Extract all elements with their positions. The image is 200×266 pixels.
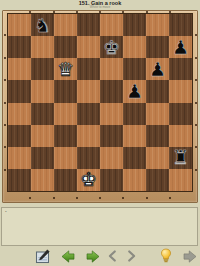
square-f4[interactable] (123, 103, 146, 125)
square-d6[interactable] (77, 58, 100, 80)
nail-dot (195, 57, 197, 59)
square-a6[interactable] (8, 58, 31, 80)
square-a8[interactable] (8, 14, 31, 36)
nail-dot (195, 146, 197, 148)
next-step-button[interactable] (180, 247, 200, 265)
square-e1[interactable] (100, 169, 123, 191)
white-king[interactable]: ♚ (80, 170, 97, 189)
square-a4[interactable] (8, 103, 31, 125)
nail-dot (53, 197, 55, 199)
previous-puzzle-button[interactable] (58, 247, 78, 265)
square-f2[interactable] (123, 147, 146, 169)
square-b2[interactable] (31, 147, 54, 169)
toolbar (0, 246, 200, 266)
black-pawn[interactable]: ♟ (126, 82, 143, 101)
nail-dot (195, 124, 197, 126)
nail-dot (4, 124, 6, 126)
square-c4[interactable] (54, 103, 77, 125)
square-c2[interactable] (54, 147, 77, 169)
header: 151. Gain a rook White to move (0, 0, 200, 10)
square-a2[interactable] (8, 147, 31, 169)
chess-board-frame: ♞♚♟♛♟♟♜♚ (2, 10, 198, 203)
square-d2[interactable] (77, 147, 100, 169)
black-pawn[interactable]: ♟ (172, 38, 189, 57)
square-f3[interactable] (123, 125, 146, 147)
square-g2[interactable] (146, 147, 169, 169)
square-h6[interactable] (169, 58, 192, 80)
notes-text: - (5, 209, 7, 214)
square-c5[interactable] (54, 80, 77, 102)
nail-dot (4, 34, 6, 36)
square-e8[interactable] (100, 14, 123, 36)
nail-dot (195, 169, 197, 171)
nail-dot (169, 197, 171, 199)
nail-dot (4, 102, 6, 104)
square-b6[interactable] (31, 58, 54, 80)
square-b4[interactable] (31, 103, 54, 125)
square-h3[interactable] (169, 125, 192, 147)
nail-dot (99, 11, 101, 13)
gray-right-arrow-icon (182, 249, 198, 264)
square-e6[interactable] (100, 58, 123, 80)
square-g8[interactable] (146, 14, 169, 36)
chevron-left-icon (106, 249, 119, 263)
square-h5[interactable] (169, 80, 192, 102)
square-f1[interactable] (123, 169, 146, 191)
nail-dot (146, 197, 148, 199)
square-b5[interactable] (31, 80, 54, 102)
square-e5[interactable] (100, 80, 123, 102)
nail-dot (195, 102, 197, 104)
square-d7[interactable] (77, 36, 100, 58)
square-g7[interactable] (146, 36, 169, 58)
green-left-arrow-icon (60, 249, 76, 264)
square-f6[interactable] (123, 58, 146, 80)
square-c7[interactable] (54, 36, 77, 58)
square-a1[interactable] (8, 169, 31, 191)
square-d1[interactable]: ♚ (77, 169, 100, 191)
square-e3[interactable] (100, 125, 123, 147)
chevron-right-icon (125, 249, 138, 263)
nail-dot (76, 11, 78, 13)
square-b3[interactable] (31, 125, 54, 147)
square-h4[interactable] (169, 103, 192, 125)
square-g3[interactable] (146, 125, 169, 147)
square-c1[interactable] (54, 169, 77, 191)
square-a3[interactable] (8, 125, 31, 147)
black-knight[interactable]: ♞ (34, 16, 51, 35)
square-e7[interactable]: ♚ (100, 36, 123, 58)
square-d5[interactable] (77, 80, 100, 102)
square-b8[interactable]: ♞ (31, 14, 54, 36)
square-a5[interactable] (8, 80, 31, 102)
black-king[interactable]: ♚ (103, 38, 120, 57)
nail-dot (146, 11, 148, 13)
square-d8[interactable] (77, 14, 100, 36)
black-rook[interactable]: ♜ (172, 148, 189, 167)
square-f7[interactable] (123, 36, 146, 58)
square-h7[interactable]: ♟ (169, 36, 192, 58)
square-a7[interactable] (8, 36, 31, 58)
square-c8[interactable] (54, 14, 77, 36)
nail-dot (4, 79, 6, 81)
square-b7[interactable] (31, 36, 54, 58)
square-e2[interactable] (100, 147, 123, 169)
nail-dot (99, 197, 101, 199)
square-g1[interactable] (146, 169, 169, 191)
square-f5[interactable]: ♟ (123, 80, 146, 102)
square-g5[interactable] (146, 80, 169, 102)
nail-dot (4, 146, 6, 148)
square-h2[interactable]: ♜ (169, 147, 192, 169)
hint-button[interactable] (156, 247, 176, 265)
square-h1[interactable] (169, 169, 192, 191)
next-puzzle-button[interactable] (83, 247, 103, 265)
nail-dot (53, 11, 55, 13)
pencil-pad-icon (35, 249, 50, 264)
nail-dot (169, 11, 171, 13)
square-g4[interactable] (146, 103, 169, 125)
square-g6[interactable]: ♟ (146, 58, 169, 80)
white-queen[interactable]: ♛ (57, 60, 74, 79)
square-f8[interactable] (123, 14, 146, 36)
nail-dot (122, 197, 124, 199)
square-h8[interactable] (169, 14, 192, 36)
lightbulb-icon (159, 248, 173, 264)
square-d4[interactable] (77, 103, 100, 125)
nail-dot (4, 169, 6, 171)
square-d3[interactable] (77, 125, 100, 147)
square-b1[interactable] (31, 169, 54, 191)
move-back-button[interactable] (102, 247, 122, 265)
nail-dot (195, 79, 197, 81)
puzzle-subtitle: White to move (90, 6, 110, 10)
square-e4[interactable] (100, 103, 123, 125)
nail-dot (4, 57, 6, 59)
edit-button[interactable] (32, 247, 52, 265)
black-pawn[interactable]: ♟ (149, 60, 166, 79)
nail-dot (29, 197, 31, 199)
move-forward-button[interactable] (121, 247, 141, 265)
square-c6[interactable]: ♛ (54, 58, 77, 80)
notes-box[interactable]: - (1, 207, 198, 246)
green-right-arrow-icon (85, 249, 101, 264)
square-c3[interactable] (54, 125, 77, 147)
nail-dot (195, 34, 197, 36)
board: ♞♚♟♛♟♟♜♚ (7, 13, 193, 192)
nail-dot (76, 197, 78, 199)
